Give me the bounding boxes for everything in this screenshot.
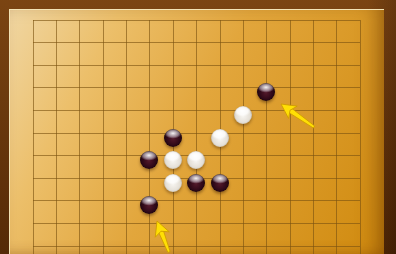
grid-line-vertical [243, 20, 244, 254]
stone-white [164, 174, 182, 192]
grid-line-vertical [126, 20, 127, 254]
grid-line-horizontal [33, 20, 360, 21]
grid-line-vertical [313, 20, 314, 254]
grid-line-vertical [149, 20, 150, 254]
grid-line-horizontal [33, 110, 360, 111]
grid-line-vertical [336, 20, 337, 254]
grid-line-vertical [33, 20, 34, 254]
grid-line-horizontal [33, 246, 360, 247]
stone-white [187, 151, 205, 169]
screenshot-root: { "game": "gomoku", "board": { "columns"… [0, 0, 396, 254]
grid-line-horizontal [33, 42, 360, 43]
stone-black [140, 196, 158, 214]
grid-line-horizontal [33, 65, 360, 66]
stone-black [187, 174, 205, 192]
grid-line-horizontal [33, 87, 360, 88]
grid-line-vertical [79, 20, 80, 254]
grid-line-vertical [196, 20, 197, 254]
board-grid [10, 10, 384, 254]
grid-line-vertical [360, 20, 361, 254]
grid-line-horizontal [33, 133, 360, 134]
grid-line-horizontal [33, 223, 360, 224]
stone-white [164, 151, 182, 169]
gomoku-board[interactable] [9, 9, 384, 254]
stone-black [257, 83, 275, 101]
stone-white [211, 129, 229, 147]
stone-black [140, 151, 158, 169]
grid-line-vertical [266, 20, 267, 254]
stone-black [164, 129, 182, 147]
gomoku-app-frame [0, 0, 396, 254]
grid-line-vertical [103, 20, 104, 254]
grid-line-horizontal [33, 200, 360, 201]
stone-white [234, 106, 252, 124]
stone-black [211, 174, 229, 192]
grid-line-vertical [56, 20, 57, 254]
grid-line-vertical [290, 20, 291, 254]
